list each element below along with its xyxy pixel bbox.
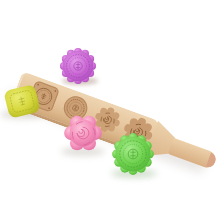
pink-mooncake [62,112,104,154]
mold-handle [168,137,218,169]
mooncake-mold-photo [0,0,220,220]
purple-mooncake [59,47,97,85]
green-mooncake [111,132,155,176]
